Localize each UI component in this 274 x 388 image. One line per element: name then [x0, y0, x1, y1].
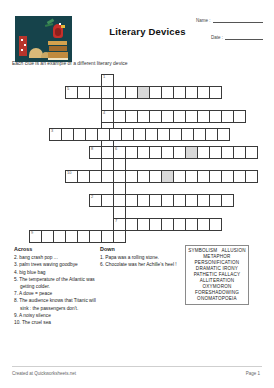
parrot-books-logo: [15, 16, 72, 62]
across-clue-list: 2. bang crash pop ...3. palm trees wavin…: [14, 254, 98, 326]
clue-number: 5: [67, 87, 69, 91]
crossword-cell[interactable]: [113, 230, 126, 243]
page-title: Literary Devices: [85, 26, 210, 37]
clue-item: 4. big blue bag: [14, 269, 98, 276]
clue-number: 9: [31, 231, 33, 235]
crossword-cell[interactable]: [233, 110, 246, 123]
across-heading: Across: [14, 246, 98, 253]
date-label: Date :: [211, 35, 223, 40]
footer-credit: Created at Quickworksheets.net: [12, 371, 76, 376]
crossword-cell[interactable]: [209, 218, 222, 231]
date-input-line[interactable]: [225, 34, 263, 40]
clue-number: 4: [103, 111, 105, 115]
clue-number: 7: [115, 219, 117, 223]
crossword-cell[interactable]: [245, 170, 258, 183]
word-bank-box: SYMBOLISM ALLUSIONMETAPHORPERSONIFICATIO…: [185, 245, 249, 305]
down-clue-list: 1. Papa was a rolling stone.6. Chocolate…: [100, 254, 182, 268]
clue-item: 9. A noisy silence: [14, 312, 98, 319]
worksheet-page: Literary Devices Name : Date : Each clue…: [0, 0, 274, 388]
name-input-line[interactable]: [213, 17, 263, 23]
clue-number: 6: [115, 147, 117, 151]
clue-item: 10. The cruel sea: [14, 319, 98, 326]
crossword-cell[interactable]: [217, 128, 230, 141]
clue-number: 8: [91, 147, 93, 151]
clue-item: 6. Chocolate was her Achille's heel !: [100, 261, 182, 268]
word-bank-entry: ONOMATOPOEIA: [186, 296, 248, 302]
clue-item: 5. The temperature of the Atlantic was g…: [14, 276, 98, 290]
clue-item: 8. The audience knows that Titanic will …: [14, 297, 98, 311]
clue-number: 1: [103, 75, 105, 79]
crossword-cell[interactable]: [221, 194, 234, 207]
down-clues: Down 1. Papa was a rolling stone.6. Choc…: [100, 246, 182, 269]
clue-item: 2. bang crash pop ...: [14, 254, 98, 261]
clue-item: 7. A dove = peace: [14, 290, 98, 297]
clue-number: 3: [51, 129, 53, 133]
name-label: Name :: [196, 18, 211, 23]
page-number: Page 1: [246, 371, 260, 376]
clue-item: 1. Papa was a rolling stone.: [100, 254, 182, 261]
crossword-cell[interactable]: [245, 146, 258, 159]
instruction-text: Each clue is an example of a different l…: [12, 60, 128, 66]
across-clues: Across 2. bang crash pop ...3. palm tree…: [14, 246, 98, 326]
down-heading: Down: [100, 246, 182, 253]
clue-number: 2: [91, 195, 93, 199]
clue-item: 3. palm trees waving goodbye: [14, 261, 98, 268]
crossword-cell[interactable]: [209, 86, 222, 99]
clue-number: 10: [67, 171, 71, 175]
footer-divider: [12, 366, 262, 367]
